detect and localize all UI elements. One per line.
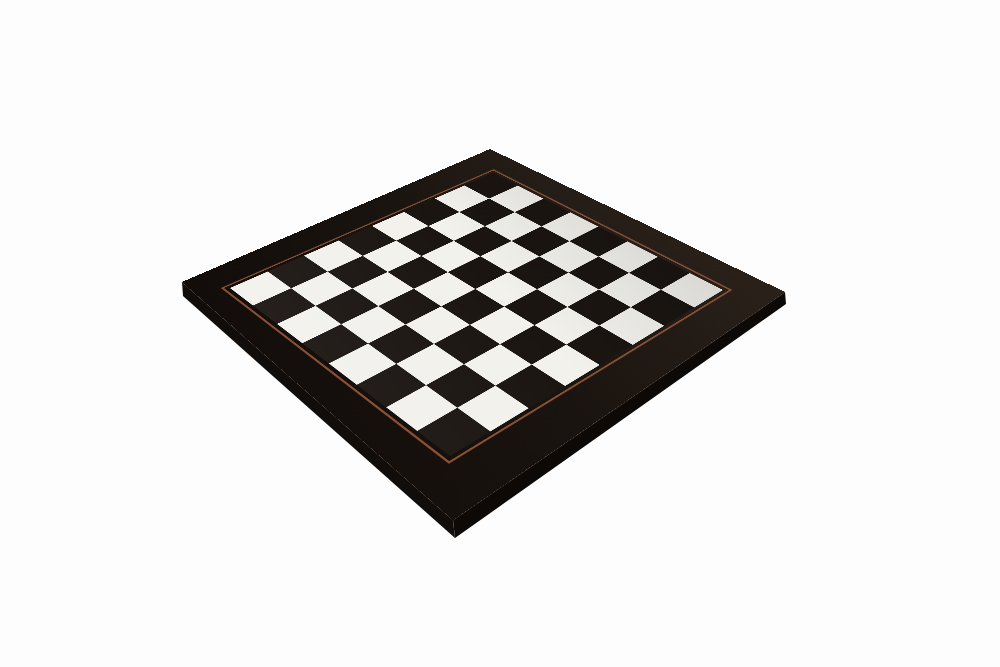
product-photo-scene xyxy=(0,0,1000,667)
